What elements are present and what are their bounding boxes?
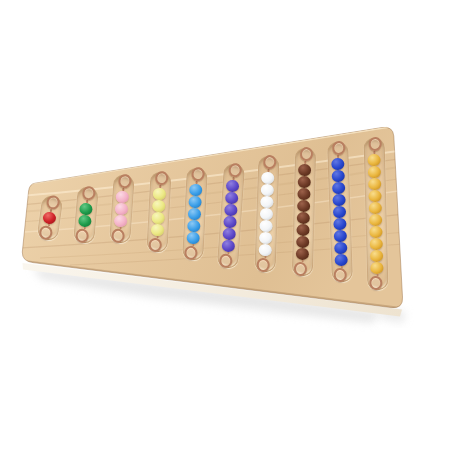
bead-bar-5[interactable] [185, 166, 203, 260]
bead [223, 215, 237, 228]
wire-loop [75, 228, 88, 242]
bead [259, 231, 272, 243]
bead [114, 214, 128, 227]
bead [150, 223, 164, 236]
bead-bar-4-cell [152, 115, 165, 315]
bead [225, 191, 239, 204]
bead [188, 195, 202, 208]
bead [152, 199, 166, 212]
wire-loop [219, 253, 232, 267]
bead [260, 207, 273, 219]
bead-stair [31, 115, 394, 315]
bead [296, 211, 309, 223]
bead [189, 183, 203, 196]
bead-bar-6-cell [224, 115, 237, 315]
bead-bar-7-cell [260, 115, 273, 315]
bead-bar-6[interactable] [220, 162, 240, 268]
bead [296, 235, 309, 247]
bead-bar-9-cell [333, 115, 346, 315]
bead-bar-1[interactable] [40, 194, 59, 240]
bead [332, 169, 345, 181]
bead [151, 211, 165, 224]
bead [333, 217, 346, 229]
bead-bar-2[interactable] [76, 185, 94, 243]
bead [333, 205, 346, 217]
bead-bar-3[interactable] [113, 173, 131, 243]
bead [222, 238, 236, 251]
wire-loop [184, 245, 198, 260]
bead-bar-1-cell [43, 115, 56, 315]
wire-loop [112, 228, 125, 242]
bead [261, 171, 274, 183]
bead [115, 202, 129, 215]
bead-bar-8-cell [297, 115, 310, 315]
bead-bar-10-cell [369, 115, 382, 315]
bead [331, 157, 344, 169]
bead [78, 213, 92, 226]
bead [369, 201, 382, 213]
wire-loop [293, 261, 307, 276]
bead-bar-4[interactable] [149, 170, 166, 252]
bead [295, 247, 308, 259]
bead [259, 243, 272, 255]
bead [335, 253, 348, 265]
bead [368, 165, 381, 177]
bead [298, 163, 311, 175]
wire-loop [332, 140, 346, 155]
bead [186, 231, 200, 244]
bead [187, 219, 201, 232]
wire-loop [369, 275, 384, 291]
bead [369, 213, 382, 225]
wire-loop [333, 267, 348, 283]
bead-bar-10[interactable] [367, 136, 384, 289]
bead [42, 210, 57, 224]
bead [371, 261, 384, 273]
bead [370, 225, 383, 237]
bead [368, 153, 381, 165]
bead-bar-9[interactable] [331, 140, 349, 281]
bead [116, 190, 130, 203]
bead [368, 177, 381, 189]
bead [332, 193, 345, 205]
bead [334, 229, 347, 241]
bead [261, 183, 274, 195]
bead [224, 203, 238, 216]
bead [297, 175, 310, 187]
bead [334, 241, 347, 253]
scene [0, 0, 450, 450]
bead [370, 237, 383, 249]
bead-bar-2-cell [79, 115, 92, 315]
bead-bar-3-cell [115, 115, 128, 315]
bead [188, 207, 202, 220]
bead-bar-7[interactable] [258, 154, 275, 271]
bead [332, 181, 345, 193]
bead [297, 199, 310, 211]
bead [260, 219, 273, 231]
bead [370, 249, 383, 261]
bead-bar-5-cell [188, 115, 201, 315]
bead [79, 201, 93, 214]
wire-loop [39, 225, 52, 239]
bead [369, 189, 382, 201]
bead-bar-8[interactable] [295, 146, 311, 275]
bead [296, 223, 309, 235]
bead [226, 179, 240, 192]
wire-loop [257, 257, 271, 272]
bead [261, 195, 274, 207]
bead [297, 187, 310, 199]
bead [152, 187, 166, 200]
bead [222, 227, 236, 240]
wire-loop [148, 237, 162, 252]
